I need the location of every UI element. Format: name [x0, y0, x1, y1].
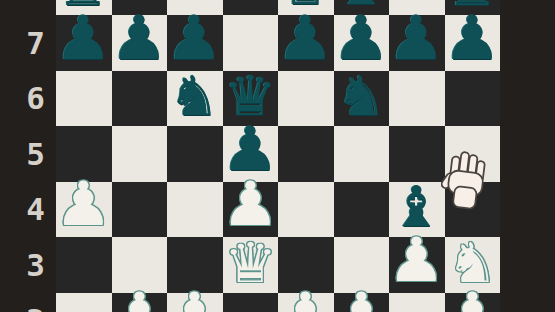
white-pawn-f2[interactable]: ♟ [332, 285, 390, 312]
square-e6[interactable] [278, 71, 334, 127]
black-pawn-f7[interactable]: ♟ [332, 8, 390, 69]
square-d7[interactable] [223, 15, 279, 71]
black-pawn-h7[interactable]: ♟ [443, 8, 501, 69]
square-a6[interactable] [56, 71, 112, 127]
square-c4[interactable] [167, 182, 223, 238]
square-d2[interactable] [223, 293, 279, 312]
square-f7[interactable]: ♟ [334, 15, 390, 71]
rank-label-2: 2 [16, 299, 54, 312]
square-c7[interactable]: ♟ [167, 15, 223, 71]
black-knight-f6[interactable]: ♞ [336, 69, 387, 124]
rank-label-4: 4 [16, 188, 54, 230]
rank-labels: 765432 [0, 0, 56, 312]
square-d3[interactable]: ♛ [223, 237, 279, 293]
chess-app-screen: 765432 ♜♚♝♜♟♟♟♟♟♟♟♞♛♞♟♟♟♝♛♟♞♟♟♟♟♟ [0, 0, 555, 312]
square-f4[interactable] [334, 182, 390, 238]
square-b7[interactable]: ♟ [112, 15, 168, 71]
square-d4[interactable]: ♟ [223, 182, 279, 238]
rank-label-7: 7 [16, 22, 54, 64]
square-h5[interactable] [445, 126, 501, 182]
square-c2[interactable]: ♟ [167, 293, 223, 312]
rank-label-3: 3 [16, 244, 54, 286]
square-g6[interactable] [389, 71, 445, 127]
square-a7[interactable]: ♟ [56, 15, 112, 71]
white-queen-d3[interactable]: ♛ [224, 236, 277, 291]
black-pawn-g7[interactable]: ♟ [388, 8, 446, 69]
square-g7[interactable]: ♟ [389, 15, 445, 71]
square-a2[interactable] [56, 293, 112, 312]
chess-board: ♜♚♝♜♟♟♟♟♟♟♟♞♛♞♟♟♟♝♛♟♞♟♟♟♟♟ [56, 0, 500, 312]
square-g3[interactable]: ♟ [389, 237, 445, 293]
square-h7[interactable]: ♟ [445, 15, 501, 71]
square-e5[interactable] [278, 126, 334, 182]
black-knight-c6[interactable]: ♞ [169, 69, 220, 124]
square-c5[interactable] [167, 126, 223, 182]
square-h4[interactable] [445, 182, 501, 238]
square-f5[interactable] [334, 126, 390, 182]
black-pawn-b7[interactable]: ♟ [110, 8, 168, 69]
black-pawn-a7[interactable]: ♟ [55, 8, 113, 69]
square-f6[interactable]: ♞ [334, 71, 390, 127]
square-h2[interactable]: ♟ [445, 293, 501, 312]
square-f2[interactable]: ♟ [334, 293, 390, 312]
white-pawn-a4[interactable]: ♟ [55, 174, 113, 235]
white-pawn-c2[interactable]: ♟ [166, 285, 224, 312]
white-pawn-g3[interactable]: ♟ [388, 230, 446, 291]
square-b2[interactable]: ♟ [112, 293, 168, 312]
square-b5[interactable] [112, 126, 168, 182]
square-e4[interactable] [278, 182, 334, 238]
square-g5[interactable] [389, 126, 445, 182]
white-pawn-e2[interactable]: ♟ [277, 285, 335, 312]
square-a3[interactable] [56, 237, 112, 293]
rank-label-5: 5 [16, 133, 54, 175]
square-b6[interactable] [112, 71, 168, 127]
black-pawn-c7[interactable]: ♟ [166, 8, 224, 69]
white-pawn-b2[interactable]: ♟ [110, 285, 168, 312]
square-d8[interactable] [223, 0, 279, 15]
square-b4[interactable] [112, 182, 168, 238]
square-e7[interactable]: ♟ [278, 15, 334, 71]
rank-label-6: 6 [16, 77, 54, 119]
square-a4[interactable]: ♟ [56, 182, 112, 238]
black-pawn-e7[interactable]: ♟ [277, 8, 335, 69]
white-pawn-h2[interactable]: ♟ [443, 285, 501, 312]
square-e2[interactable]: ♟ [278, 293, 334, 312]
square-c6[interactable]: ♞ [167, 71, 223, 127]
white-pawn-d4[interactable]: ♟ [221, 174, 279, 235]
square-h6[interactable] [445, 71, 501, 127]
